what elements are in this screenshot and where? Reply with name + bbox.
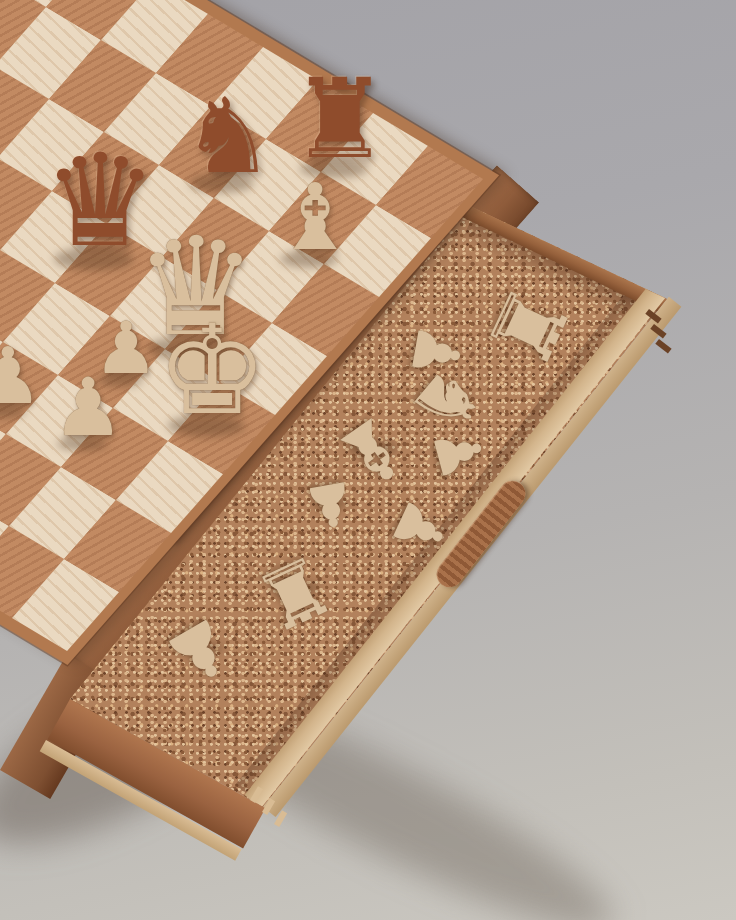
drawer-white-rook[interactable]: ♜ xyxy=(473,273,584,379)
drawer-white-pawn[interactable]: ♟ xyxy=(299,472,360,538)
drawer-white-rook[interactable]: ♜ xyxy=(245,541,344,644)
scene-wooden-chess-set: { "game": "chess", "scene": { "descripti… xyxy=(0,0,736,920)
drawer-white-pawn[interactable]: ♟ xyxy=(154,605,246,700)
dovetail-joint xyxy=(655,339,671,354)
